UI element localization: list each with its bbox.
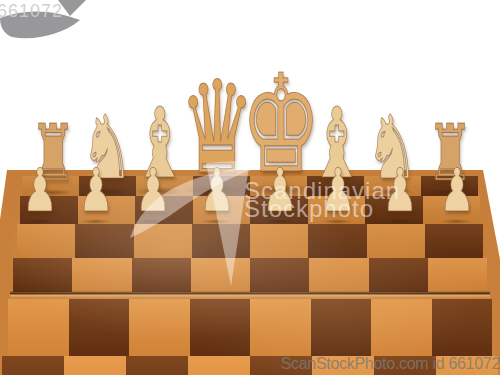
watermark-image-id: 661072 [0,1,63,22]
watermark-agency-name: Scandinavian Stockphoto [244,182,400,218]
watermark-photo-credit: ScanStockPhoto.com id 661072 [281,355,500,373]
white-pawn: ♟ [199,160,235,220]
white-pawn: ♟ [78,160,114,220]
stock-photo-chess: ♜♞♝♛♚♝♞♜♟♟♟♟♟♟♟♟ Scandinavian Stockphoto… [0,0,500,375]
white-pawn: ♟ [439,160,475,220]
white-pawn: ♟ [22,160,58,220]
white-pawn: ♟ [135,160,171,220]
